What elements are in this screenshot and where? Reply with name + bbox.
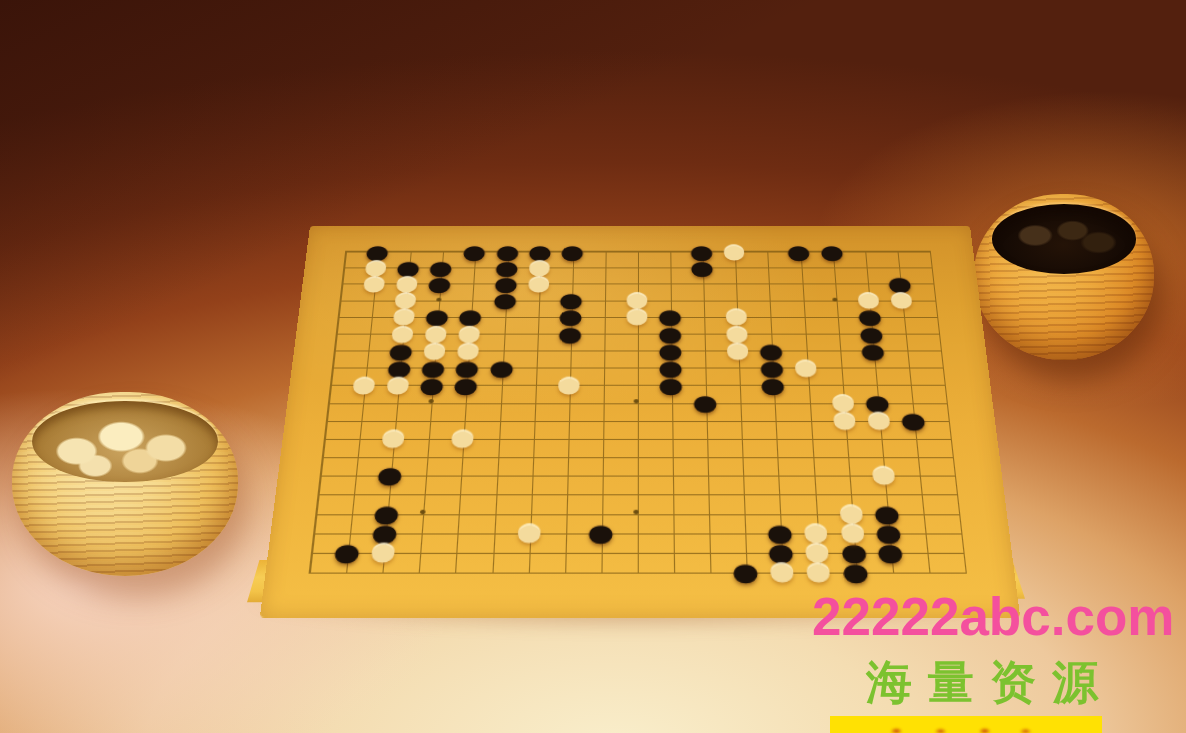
white-stone[interactable]: ● xyxy=(375,430,412,445)
black-stone[interactable]: ● xyxy=(685,261,719,274)
white-stone[interactable]: ● xyxy=(357,277,392,290)
black-stone[interactable]: ● xyxy=(422,277,457,290)
banner-cropped-text xyxy=(876,725,1046,733)
white-stone[interactable]: ● xyxy=(551,377,586,391)
black-stone-bowl xyxy=(974,194,1154,360)
black-stone[interactable]: ● xyxy=(870,543,909,559)
black-stone[interactable]: ● xyxy=(653,377,689,391)
white-stone[interactable]: ● xyxy=(833,524,871,540)
black-stone[interactable]: ● xyxy=(487,293,522,306)
black-stone[interactable]: ● xyxy=(836,563,875,579)
white-stone-bowl xyxy=(12,392,238,576)
black-stone[interactable]: ● xyxy=(894,412,931,426)
goban-grid[interactable]: ●●●●●●●●●●●●●●●●●●●●●●●●●●●●●●●●●●●●●●●●… xyxy=(290,243,984,580)
star-point xyxy=(420,510,426,514)
black-stone[interactable]: ● xyxy=(582,524,620,540)
white-stone[interactable]: ● xyxy=(884,293,919,306)
black-stone[interactable]: ● xyxy=(552,326,587,339)
white-stone[interactable]: ● xyxy=(720,343,755,357)
white-stone[interactable]: ● xyxy=(788,360,823,374)
black-stone[interactable]: ● xyxy=(448,377,484,391)
white-stone[interactable]: ● xyxy=(451,343,486,357)
white-stone[interactable]: ● xyxy=(346,377,382,391)
black-stone[interactable]: ● xyxy=(555,245,589,258)
black-stone[interactable]: ● xyxy=(483,360,519,374)
white-stone[interactable]: ● xyxy=(521,277,555,290)
star-point xyxy=(634,400,639,404)
white-stone[interactable]: ● xyxy=(860,412,896,426)
white-stone[interactable]: ● xyxy=(380,377,416,391)
white-stone[interactable]: ● xyxy=(364,543,402,559)
black-stone[interactable]: ● xyxy=(727,563,765,579)
black-stone[interactable]: ● xyxy=(414,377,450,391)
photo-scene: ●●●●●●●●●●●●●●●●●●●●●●●●●●●●●●●●●●●●●●●●… xyxy=(0,0,1186,733)
white-stone[interactable]: ● xyxy=(800,563,838,579)
black-stone[interactable]: ● xyxy=(814,245,849,258)
watermark-tagline: 海量资源 xyxy=(826,652,1138,714)
white-stone[interactable]: ● xyxy=(510,524,547,540)
white-stones-in-bowl xyxy=(32,401,217,482)
white-stone[interactable]: ● xyxy=(763,563,801,579)
white-stone[interactable]: ● xyxy=(620,309,654,322)
star-point xyxy=(832,298,837,302)
black-stone[interactable]: ● xyxy=(458,245,493,258)
white-stone[interactable]: ● xyxy=(717,245,751,258)
black-stone[interactable]: ● xyxy=(854,343,890,357)
go-board: ●●●●●●●●●●●●●●●●●●●●●●●●●●●●●●●●●●●●●●●●… xyxy=(260,226,1020,618)
black-stones-in-bowl xyxy=(992,204,1136,274)
black-stone[interactable]: ● xyxy=(755,377,791,391)
white-stone[interactable]: ● xyxy=(417,343,452,357)
white-stone[interactable]: ● xyxy=(385,326,420,339)
white-stone[interactable]: ● xyxy=(865,467,902,482)
black-stone[interactable]: ● xyxy=(687,395,723,409)
black-stone[interactable]: ● xyxy=(782,245,816,258)
white-stone[interactable]: ● xyxy=(445,430,481,445)
white-stone[interactable]: ● xyxy=(826,412,862,426)
white-stone[interactable]: ● xyxy=(851,293,886,306)
black-stone[interactable]: ● xyxy=(328,543,367,559)
watermark-site-url: 22222abc.com xyxy=(812,586,1152,647)
watermark-banner xyxy=(830,716,1102,733)
star-point xyxy=(634,510,640,514)
black-stone[interactable]: ● xyxy=(371,467,409,482)
